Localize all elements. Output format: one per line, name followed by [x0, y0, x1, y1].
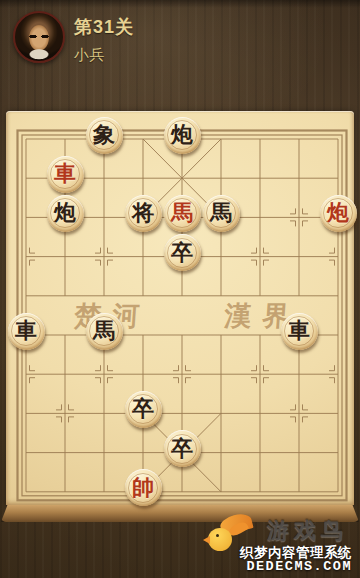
xiangqi-board[interactable]: 楚河 漢界 象炮車炮将馬馬炮卒車馬車卒卒帥	[0, 0, 360, 578]
piece-black-chariot[interactable]: 車	[281, 313, 318, 350]
piece-red-general[interactable]: 帥	[125, 469, 162, 506]
piece-black-horse[interactable]: 馬	[86, 313, 123, 350]
piece-black-cannon[interactable]: 炮	[47, 195, 84, 232]
piece-black-elephant[interactable]: 象	[86, 117, 123, 154]
piece-red-horse[interactable]: 馬	[164, 195, 201, 232]
piece-black-soldier[interactable]: 卒	[164, 234, 201, 271]
piece-black-soldier[interactable]: 卒	[164, 430, 201, 467]
piece-black-cannon[interactable]: 炮	[164, 117, 201, 154]
piece-red-cannon[interactable]: 炮	[320, 195, 357, 232]
board-bottom-edge	[1, 505, 359, 522]
piece-red-chariot[interactable]: 車	[47, 156, 84, 193]
piece-black-horse[interactable]: 馬	[203, 195, 240, 232]
game-screen: 第31关 小兵 楚河 漢界 象炮車炮将馬馬炮卒車馬車卒卒帥 游戏鸟 织梦内容管理…	[0, 0, 360, 578]
piece-black-soldier[interactable]: 卒	[125, 391, 162, 428]
piece-black-chariot[interactable]: 車	[8, 313, 45, 350]
piece-black-general[interactable]: 将	[125, 195, 162, 232]
